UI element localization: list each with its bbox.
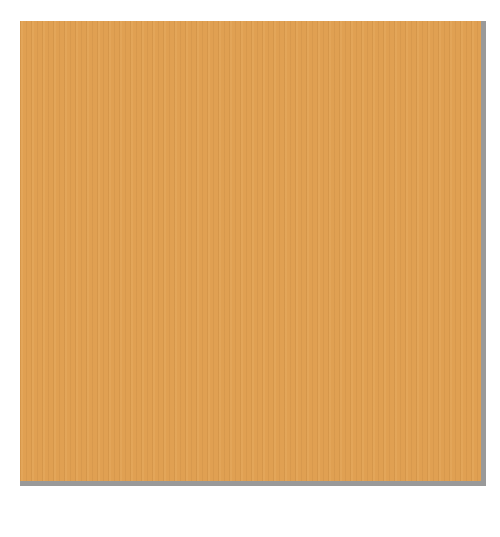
go-kifu-diagram (0, 0, 500, 537)
stones-layer (16, 21, 472, 477)
